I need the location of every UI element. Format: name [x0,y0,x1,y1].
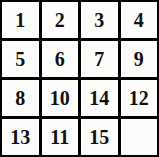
tile-12[interactable]: 12 [121,80,158,116]
tile-15[interactable]: 15 [81,119,118,155]
tile-2[interactable]: 2 [42,2,79,38]
tile-11[interactable]: 11 [42,119,79,155]
empty-cell [121,119,158,155]
tile-3[interactable]: 3 [81,2,118,38]
tile-1[interactable]: 1 [2,2,39,38]
tile-7[interactable]: 7 [81,41,118,77]
tile-4[interactable]: 4 [121,2,158,38]
tile-8[interactable]: 8 [2,80,39,116]
tile-13[interactable]: 13 [2,119,39,155]
tile-6[interactable]: 6 [42,41,79,77]
tile-5[interactable]: 5 [2,41,39,77]
fifteen-puzzle-board: 123456798101412131115 [0,0,159,157]
tile-14[interactable]: 14 [81,80,118,116]
tile-9[interactable]: 9 [121,41,158,77]
tile-10[interactable]: 10 [42,80,79,116]
